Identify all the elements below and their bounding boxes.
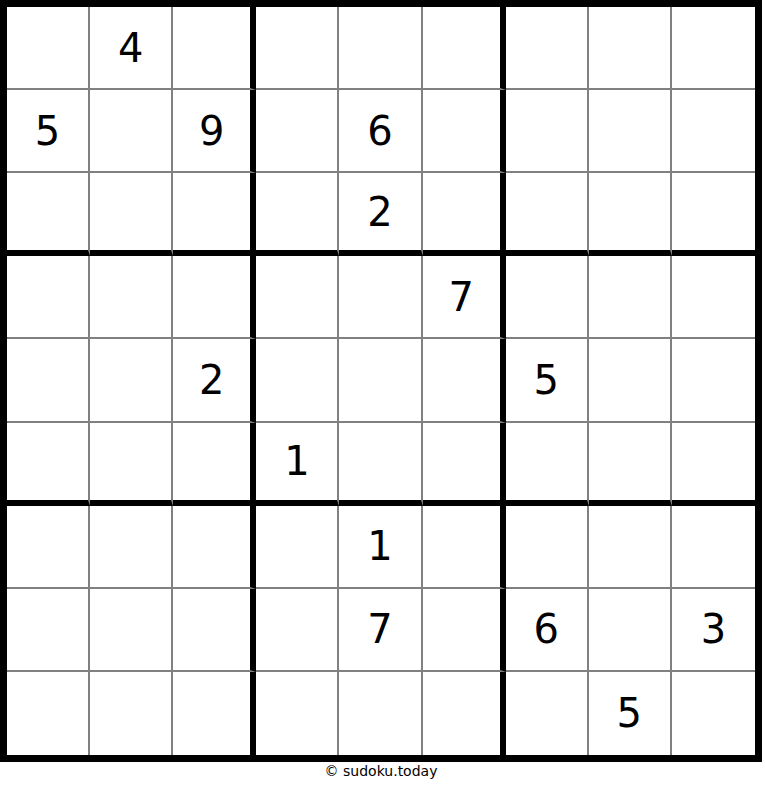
cell-r8c8[interactable] [589, 589, 672, 672]
cell-r3c3[interactable] [173, 173, 256, 256]
cell-r1c7[interactable] [506, 7, 589, 90]
cell-r1c9[interactable] [672, 7, 755, 90]
cell-r6c6[interactable] [423, 423, 506, 506]
cell-r4c1[interactable] [7, 256, 90, 339]
cell-r9c5[interactable] [339, 672, 422, 755]
cell-r3c4[interactable] [256, 173, 339, 256]
cell-r2c9[interactable] [672, 90, 755, 173]
cell-r2c8[interactable] [589, 90, 672, 173]
cell-r4c9[interactable] [672, 256, 755, 339]
cell-r1c5[interactable] [339, 7, 422, 90]
cell-r6c5[interactable] [339, 423, 422, 506]
cell-r8c6[interactable] [423, 589, 506, 672]
cell-r4c2[interactable] [90, 256, 173, 339]
cell-r2c3[interactable]: 9 [173, 90, 256, 173]
cell-r9c7[interactable] [506, 672, 589, 755]
cell-r5c8[interactable] [589, 339, 672, 422]
cell-r6c7[interactable] [506, 423, 589, 506]
cell-r6c2[interactable] [90, 423, 173, 506]
cell-r4c3[interactable] [173, 256, 256, 339]
cell-r5c7[interactable]: 5 [506, 339, 589, 422]
page: 45962725117635 © sudoku.today [0, 0, 765, 785]
cell-r3c1[interactable] [7, 173, 90, 256]
cell-r1c1[interactable] [7, 7, 90, 90]
cell-r5c2[interactable] [90, 339, 173, 422]
cell-r9c8[interactable]: 5 [589, 672, 672, 755]
cell-r2c2[interactable] [90, 90, 173, 173]
cell-r2c6[interactable] [423, 90, 506, 173]
cell-r4c6[interactable]: 7 [423, 256, 506, 339]
sudoku-board: 45962725117635 [0, 0, 762, 762]
cell-r4c7[interactable] [506, 256, 589, 339]
cell-r9c4[interactable] [256, 672, 339, 755]
cell-r1c8[interactable] [589, 7, 672, 90]
cell-r9c1[interactable] [7, 672, 90, 755]
cell-r8c1[interactable] [7, 589, 90, 672]
cell-r7c9[interactable] [672, 506, 755, 589]
cell-r3c8[interactable] [589, 173, 672, 256]
cell-r9c6[interactable] [423, 672, 506, 755]
cell-r1c6[interactable] [423, 7, 506, 90]
cell-r7c3[interactable] [173, 506, 256, 589]
cell-r5c3[interactable]: 2 [173, 339, 256, 422]
cell-r2c4[interactable] [256, 90, 339, 173]
cell-r3c5[interactable]: 2 [339, 173, 422, 256]
cell-r8c7[interactable]: 6 [506, 589, 589, 672]
cell-r7c5[interactable]: 1 [339, 506, 422, 589]
cell-r1c4[interactable] [256, 7, 339, 90]
cell-r8c3[interactable] [173, 589, 256, 672]
cell-r3c7[interactable] [506, 173, 589, 256]
cell-r5c9[interactable] [672, 339, 755, 422]
cell-r2c5[interactable]: 6 [339, 90, 422, 173]
cell-r7c4[interactable] [256, 506, 339, 589]
cell-r4c8[interactable] [589, 256, 672, 339]
cell-r3c9[interactable] [672, 173, 755, 256]
cell-r1c3[interactable] [173, 7, 256, 90]
cell-r4c4[interactable] [256, 256, 339, 339]
cell-r7c8[interactable] [589, 506, 672, 589]
cell-r6c1[interactable] [7, 423, 90, 506]
footer-credit: © sudoku.today [0, 763, 762, 779]
cell-r6c4[interactable]: 1 [256, 423, 339, 506]
cell-r3c6[interactable] [423, 173, 506, 256]
cell-r2c1[interactable]: 5 [7, 90, 90, 173]
cell-r1c2[interactable]: 4 [90, 7, 173, 90]
cell-r9c3[interactable] [173, 672, 256, 755]
cell-r2c7[interactable] [506, 90, 589, 173]
cell-r9c9[interactable] [672, 672, 755, 755]
cell-r6c9[interactable] [672, 423, 755, 506]
cell-r6c8[interactable] [589, 423, 672, 506]
cell-r4c5[interactable] [339, 256, 422, 339]
cell-r5c6[interactable] [423, 339, 506, 422]
cell-r7c6[interactable] [423, 506, 506, 589]
cell-r8c4[interactable] [256, 589, 339, 672]
cell-r7c1[interactable] [7, 506, 90, 589]
cell-r5c4[interactable] [256, 339, 339, 422]
cell-r5c5[interactable] [339, 339, 422, 422]
cell-r8c2[interactable] [90, 589, 173, 672]
cell-r7c7[interactable] [506, 506, 589, 589]
cell-r7c2[interactable] [90, 506, 173, 589]
cell-r8c9[interactable]: 3 [672, 589, 755, 672]
cell-r3c2[interactable] [90, 173, 173, 256]
cell-r8c5[interactable]: 7 [339, 589, 422, 672]
cell-r5c1[interactable] [7, 339, 90, 422]
cell-r9c2[interactable] [90, 672, 173, 755]
cell-r6c3[interactable] [173, 423, 256, 506]
